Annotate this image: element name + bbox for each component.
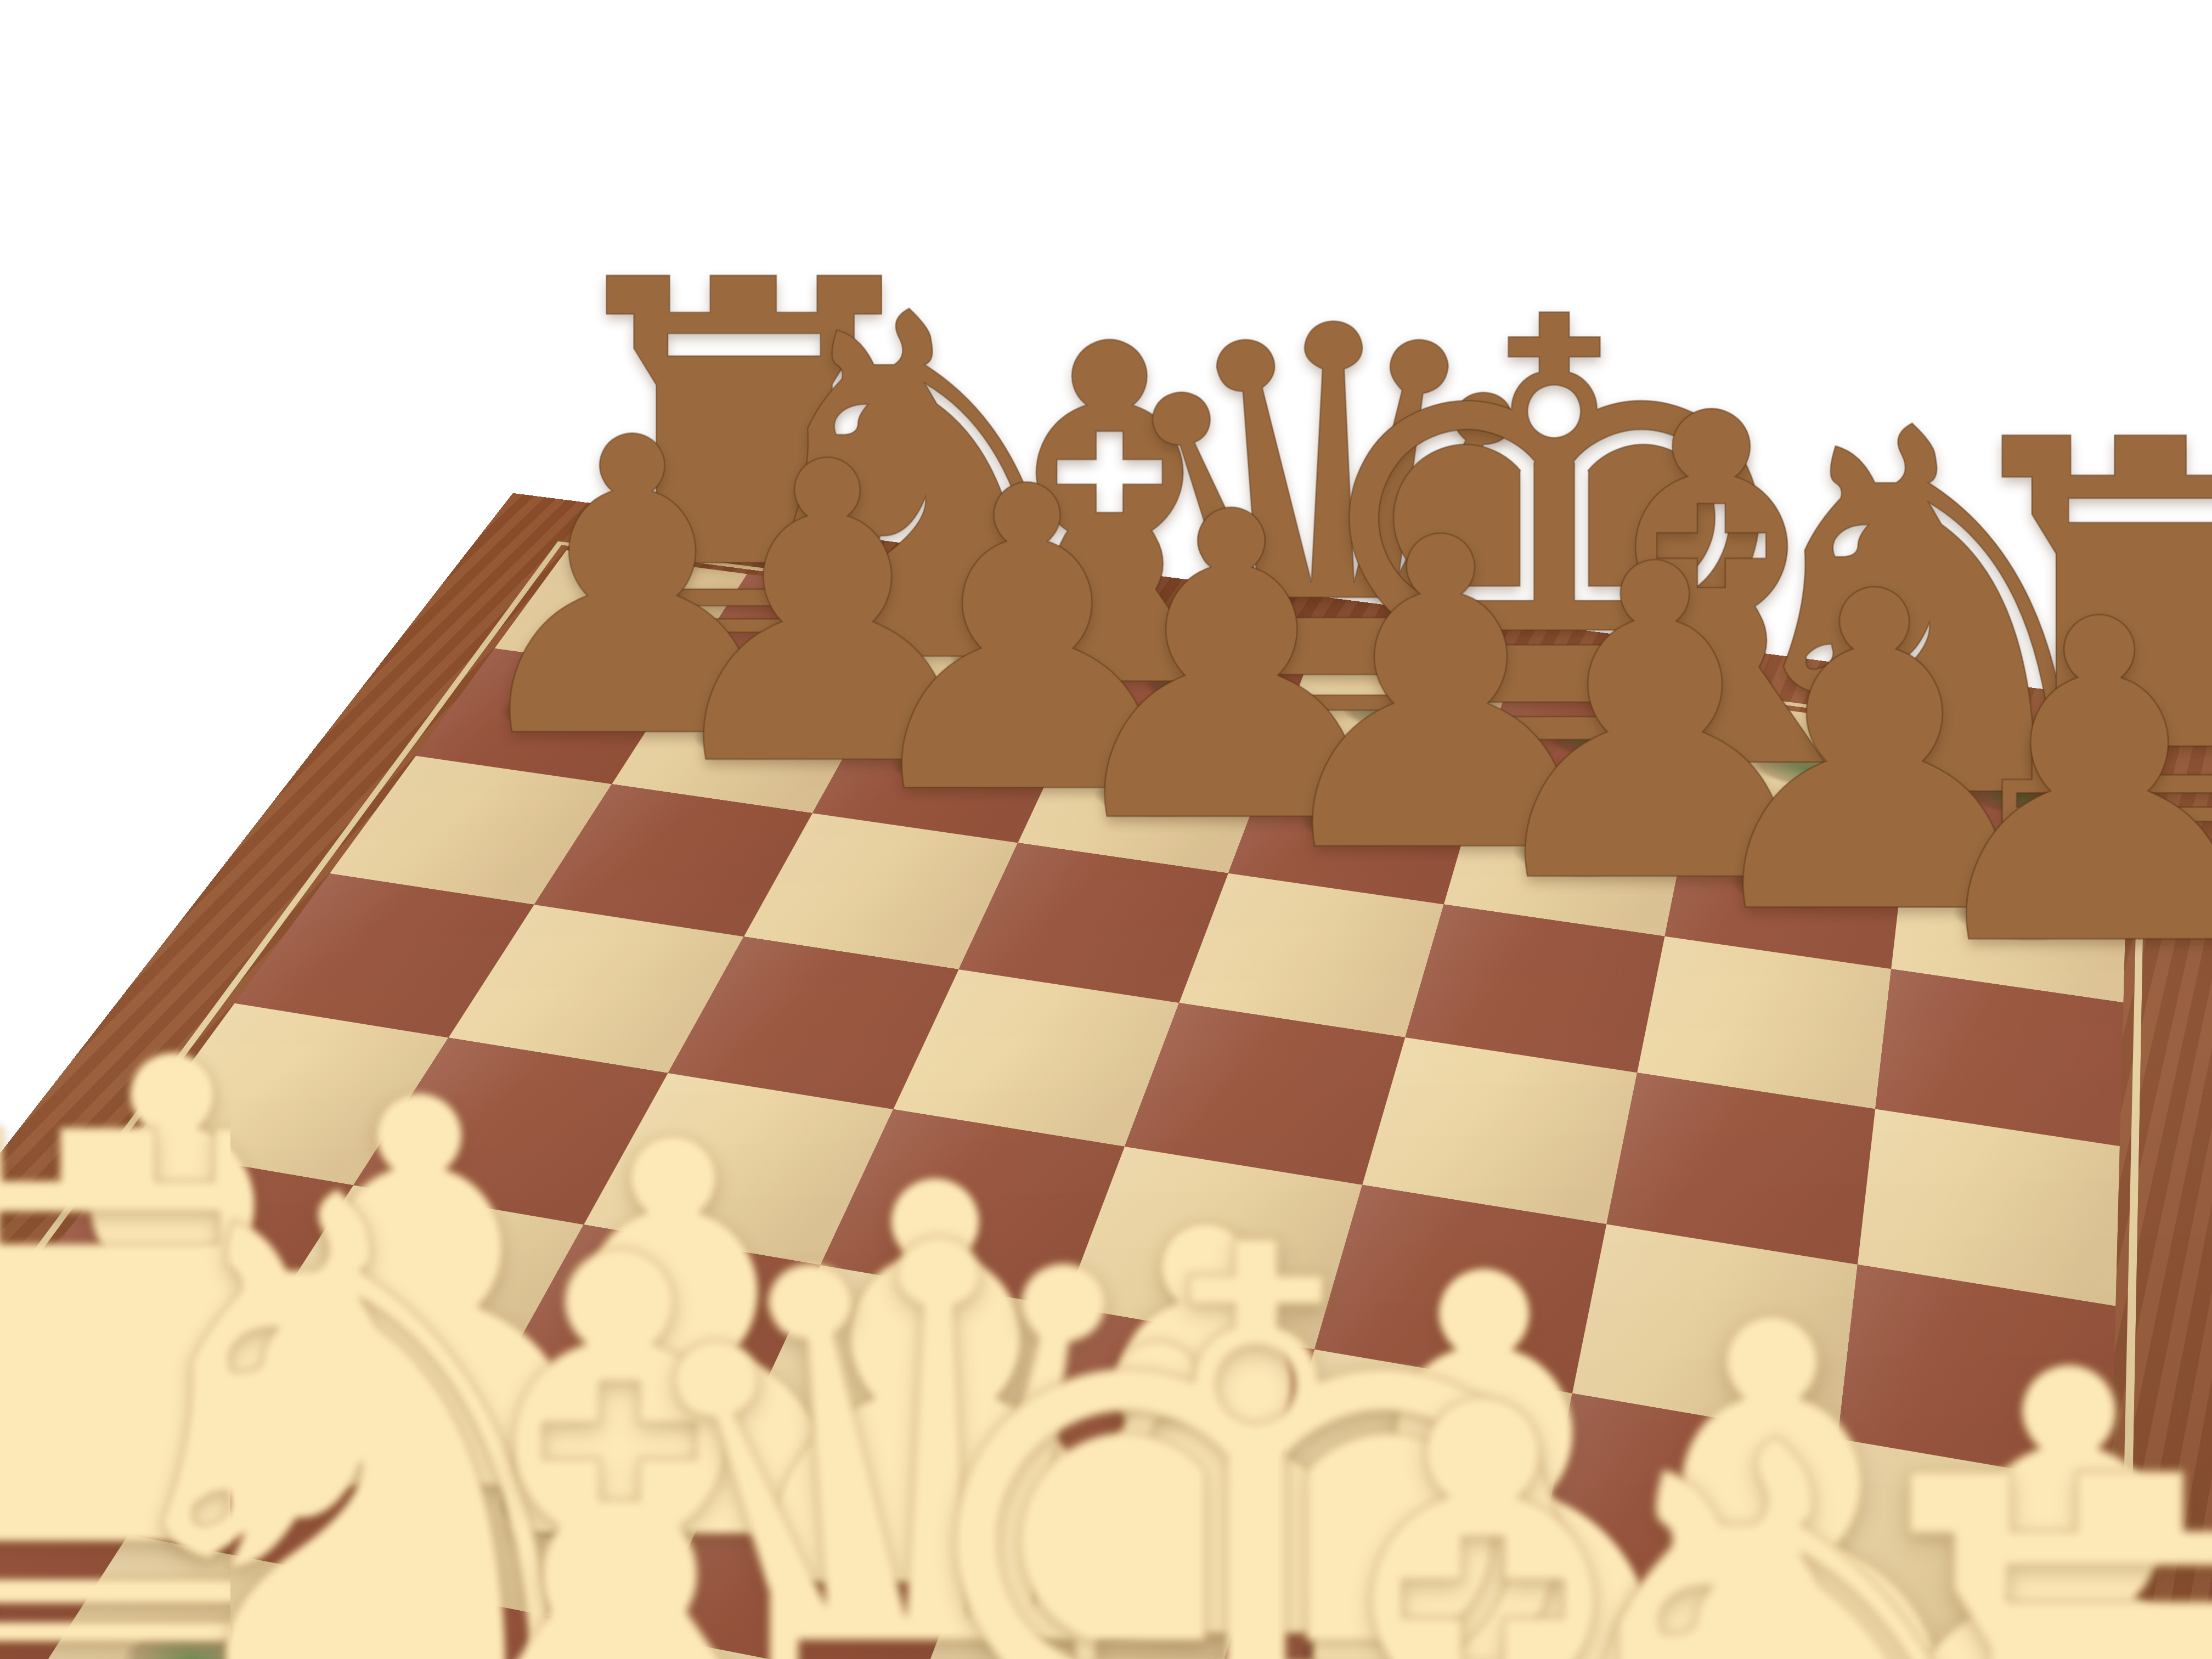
product-photo-scene: ♜♞♝♛♚♝♞♜♟♟♟♟♟♟♟♟♟♟♟♟♟♟♟♟♜♞♝♛♚♝♞♜	[0, 0, 2212, 1659]
piece-white-knight[interactable]: ♞	[1465, 1349, 1775, 1659]
piece-white-rook[interactable]: ♜	[1778, 1379, 2093, 1659]
piece-white-queen[interactable]: ♛	[588, 1147, 883, 1659]
chessboard: ♜♞♝♛♚♝♞♜♟♟♟♟♟♟♟♟♟♟♟♟♟♟♟♟♜♞♝♛♚♝♞♜	[0, 493, 2212, 1659]
piece-white-bishop[interactable]: ♝	[1163, 1314, 1468, 1659]
piece-white-knight[interactable]: ♞	[50, 1109, 336, 1659]
piece-white-bishop[interactable]: ♝	[315, 1170, 605, 1659]
piece-white-king[interactable]: ♚	[871, 1139, 1171, 1659]
